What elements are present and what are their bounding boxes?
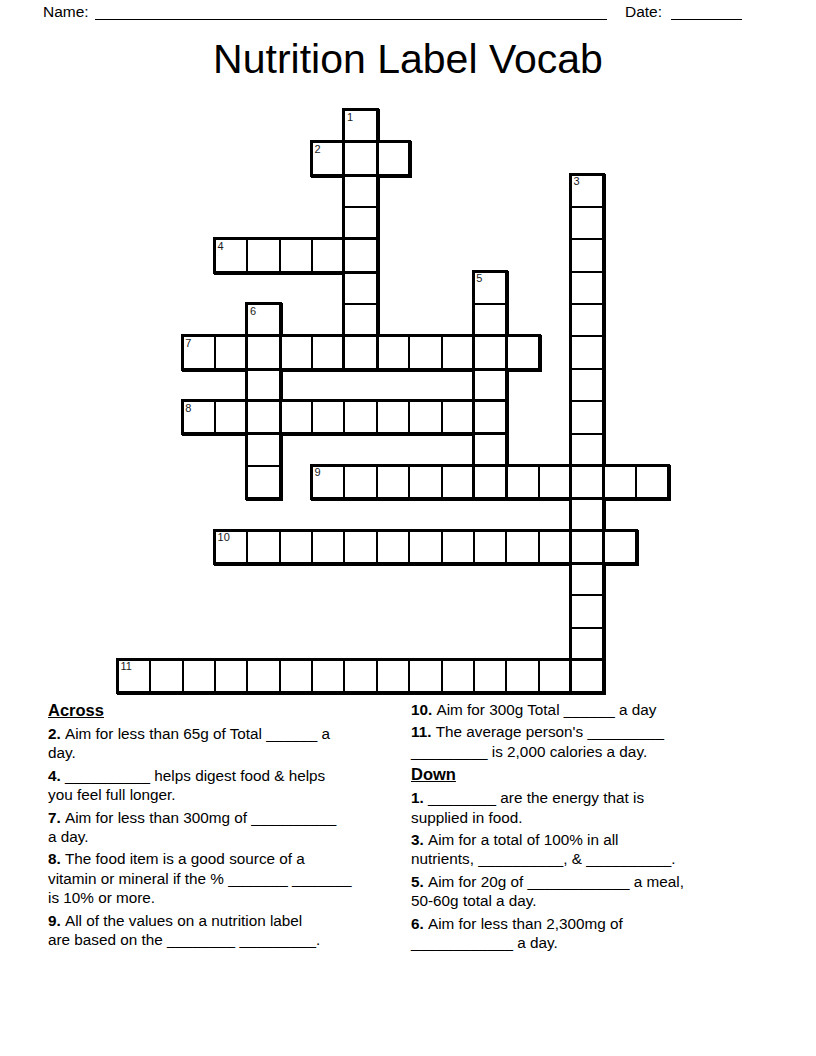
grid-cell[interactable]	[149, 659, 185, 695]
clue-across-4: 4. __________ helps digest food & helps …	[48, 766, 430, 805]
grid-cell[interactable]	[441, 530, 477, 566]
name-label: Name:	[43, 3, 89, 21]
grid-cell[interactable]	[570, 562, 606, 598]
grid-cell[interactable]	[343, 335, 379, 371]
grid-cell[interactable]	[311, 238, 347, 274]
clue-across-8: 8. The food item is a good source of a v…	[48, 849, 430, 907]
grid-cell[interactable]	[538, 659, 574, 695]
grid-cell[interactable]	[182, 400, 218, 436]
grid-cell[interactable]	[505, 465, 541, 501]
grid-cell[interactable]	[408, 335, 444, 371]
clue-number: 1.	[411, 789, 428, 806]
clue-number: 5.	[411, 873, 428, 890]
grid-cell[interactable]	[376, 659, 412, 695]
down-header: Down	[411, 764, 806, 785]
grid-cell[interactable]	[279, 659, 315, 695]
grid-cell[interactable]	[570, 594, 606, 630]
name-blank-line[interactable]	[95, 2, 607, 20]
grid-cell[interactable]	[570, 335, 606, 371]
grid-cell[interactable]	[570, 368, 606, 404]
grid-cell[interactable]	[343, 109, 379, 145]
grid-cell[interactable]	[117, 659, 153, 695]
grid-cell[interactable]	[376, 530, 412, 566]
grid-cell[interactable]	[570, 303, 606, 339]
grid-cell[interactable]	[570, 271, 606, 307]
grid-cell[interactable]	[279, 238, 315, 274]
grid-cell[interactable]	[214, 335, 250, 371]
clue-text: Aim for 20g of ____________ a meal, 50-6…	[411, 873, 684, 909]
clue-down-3: 3. Aim for a total of 100% in all nutrie…	[411, 830, 806, 869]
grid-cell[interactable]	[505, 659, 541, 695]
clue-number: 4.	[48, 767, 65, 784]
grid-cell[interactable]	[570, 400, 606, 436]
grid-cell[interactable]	[246, 530, 282, 566]
clue-number: 2.	[48, 725, 65, 742]
grid-cell[interactable]	[246, 368, 282, 404]
grid-cell[interactable]	[408, 659, 444, 695]
across-header: Across	[48, 700, 430, 721]
grid-cell[interactable]	[246, 465, 282, 501]
grid-cell[interactable]	[214, 659, 250, 695]
clue-number: 10.	[411, 701, 437, 718]
grid-cell[interactable]	[311, 659, 347, 695]
grid-cell[interactable]	[441, 659, 477, 695]
crossword-grid: 1234567891011	[117, 109, 668, 693]
grid-cell[interactable]	[602, 465, 638, 501]
grid-cell[interactable]	[376, 141, 412, 177]
grid-cell[interactable]	[473, 530, 509, 566]
clue-text: __________ helps digest food & helps you…	[48, 767, 325, 803]
grid-cell[interactable]	[343, 206, 379, 242]
grid-cell[interactable]	[473, 303, 509, 339]
grid-cell[interactable]	[182, 659, 218, 695]
grid-cell[interactable]	[473, 465, 509, 501]
clue-down-6: 6. Aim for less than 2,300mg of ________…	[411, 914, 806, 953]
grid-cell[interactable]	[279, 400, 315, 436]
grid-cell[interactable]	[570, 659, 606, 695]
clue-number: 9.	[48, 912, 65, 929]
clue-down-5: 5. Aim for 20g of ____________ a meal, 5…	[411, 872, 806, 911]
clue-text: ________ are the energy that is supplied…	[411, 789, 644, 825]
grid-cell[interactable]	[538, 530, 574, 566]
grid-cell[interactable]	[343, 303, 379, 339]
clue-text: Aim for less than 2,300mg of ___________…	[411, 915, 623, 951]
grid-cell[interactable]	[214, 238, 250, 274]
grid-cell[interactable]	[343, 465, 379, 501]
grid-cell[interactable]	[570, 530, 606, 566]
grid-cell[interactable]	[343, 271, 379, 307]
grid-cell[interactable]	[473, 433, 509, 469]
grid-cell[interactable]	[473, 271, 509, 307]
grid-cell[interactable]	[376, 465, 412, 501]
grid-cell[interactable]	[408, 530, 444, 566]
clue-across-7: 7. Aim for less than 300mg of __________…	[48, 808, 430, 847]
clue-across-10: 10. Aim for 300g Total ______ a day	[411, 700, 806, 719]
grid-cell[interactable]	[343, 238, 379, 274]
grid-cell[interactable]	[570, 465, 606, 501]
grid-cell[interactable]	[182, 335, 218, 371]
grid-cell[interactable]	[408, 465, 444, 501]
grid-cell[interactable]	[441, 400, 477, 436]
clue-text: Aim for less than 65g of Total ______ a …	[48, 725, 330, 761]
grid-cell[interactable]	[505, 530, 541, 566]
grid-cell[interactable]	[376, 335, 412, 371]
grid-cell[interactable]	[473, 400, 509, 436]
grid-cell[interactable]	[246, 303, 282, 339]
grid-cell[interactable]	[214, 530, 250, 566]
grid-cell[interactable]	[246, 335, 282, 371]
grid-cell[interactable]	[441, 335, 477, 371]
grid-cell[interactable]	[343, 659, 379, 695]
grid-cell[interactable]	[246, 659, 282, 695]
grid-cell[interactable]	[376, 400, 412, 436]
date-label: Date:	[625, 3, 662, 21]
grid-cell[interactable]	[570, 433, 606, 469]
puzzle-title: Nutrition Label Vocab	[0, 36, 816, 83]
clue-text: The average person's _________ _________…	[411, 723, 664, 759]
grid-cell[interactable]	[473, 335, 509, 371]
grid-cell[interactable]	[441, 465, 477, 501]
clue-text: All of the values on a nutrition label a…	[48, 912, 320, 948]
grid-cell[interactable]	[473, 368, 509, 404]
grid-cell[interactable]	[311, 335, 347, 371]
clue-text: Aim for 300g Total ______ a day	[437, 701, 657, 718]
grid-cell[interactable]	[311, 400, 347, 436]
grid-cell[interactable]	[538, 465, 574, 501]
grid-cell[interactable]	[570, 238, 606, 274]
clue-text: Aim for less than 300mg of __________ a …	[48, 809, 336, 845]
grid-cell[interactable]	[408, 400, 444, 436]
grid-cell[interactable]	[570, 627, 606, 663]
clue-number: 7.	[48, 809, 65, 826]
clue-number: 8.	[48, 850, 65, 867]
grid-cell[interactable]	[246, 238, 282, 274]
grid-cell[interactable]	[311, 141, 347, 177]
grid-cell[interactable]	[343, 400, 379, 436]
clue-text: Aim for a total of 100% in all nutrients…	[411, 831, 676, 867]
clue-across-9: 9. All of the values on a nutrition labe…	[48, 911, 430, 950]
clue-number: 3.	[411, 831, 428, 848]
grid-cell[interactable]	[570, 206, 606, 242]
grid-cell[interactable]	[343, 141, 379, 177]
clue-text: The food item is a good source of a vita…	[48, 850, 352, 906]
date-blank-line[interactable]	[671, 2, 742, 20]
grid-cell[interactable]	[602, 530, 638, 566]
grid-cell[interactable]	[635, 465, 671, 501]
grid-cell[interactable]	[570, 497, 606, 533]
grid-cell[interactable]	[343, 530, 379, 566]
grid-cell[interactable]	[505, 335, 541, 371]
grid-cell[interactable]	[214, 400, 250, 436]
clue-across-11: 11. The average person's _________ _____…	[411, 722, 806, 761]
grid-cell[interactable]	[311, 465, 347, 501]
grid-cell[interactable]	[570, 174, 606, 210]
grid-cell[interactable]	[246, 433, 282, 469]
clue-number: 11.	[411, 723, 436, 740]
grid-cell[interactable]	[246, 400, 282, 436]
grid-cell[interactable]	[279, 335, 315, 371]
grid-cell[interactable]	[343, 174, 379, 210]
clue-across-2: 2. Aim for less than 65g of Total ______…	[48, 724, 430, 763]
grid-cell[interactable]	[473, 659, 509, 695]
across-clues-column: Across2. Aim for less than 65g of Total …	[48, 700, 430, 952]
clue-number: 6.	[411, 915, 428, 932]
grid-cell[interactable]	[311, 530, 347, 566]
grid-cell[interactable]	[279, 530, 315, 566]
clue-down-1: 1. ________ are the energy that is suppl…	[411, 788, 806, 827]
down-clues-column: 10. Aim for 300g Total ______ a day11. T…	[411, 700, 806, 955]
